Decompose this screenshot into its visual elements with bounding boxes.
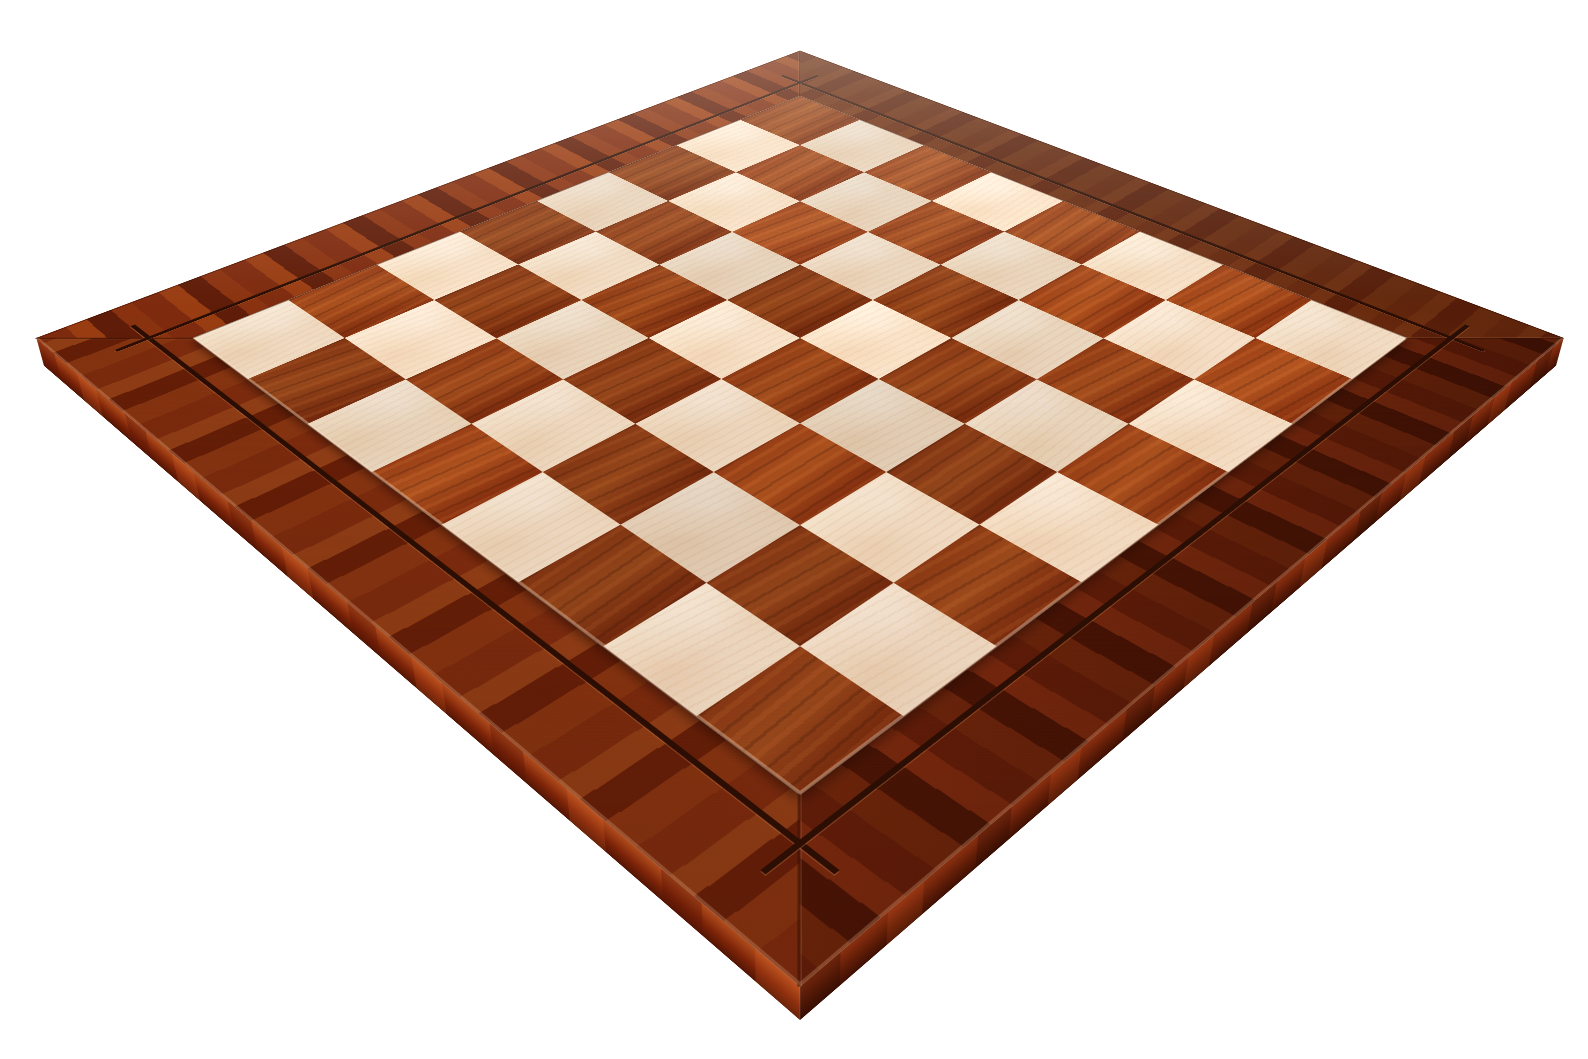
chess-board [36,51,1563,986]
photo-background [0,0,1588,1059]
playing-field [192,96,1408,796]
frame-miter-seam [799,51,801,97]
perspective-scene [0,0,1588,1059]
